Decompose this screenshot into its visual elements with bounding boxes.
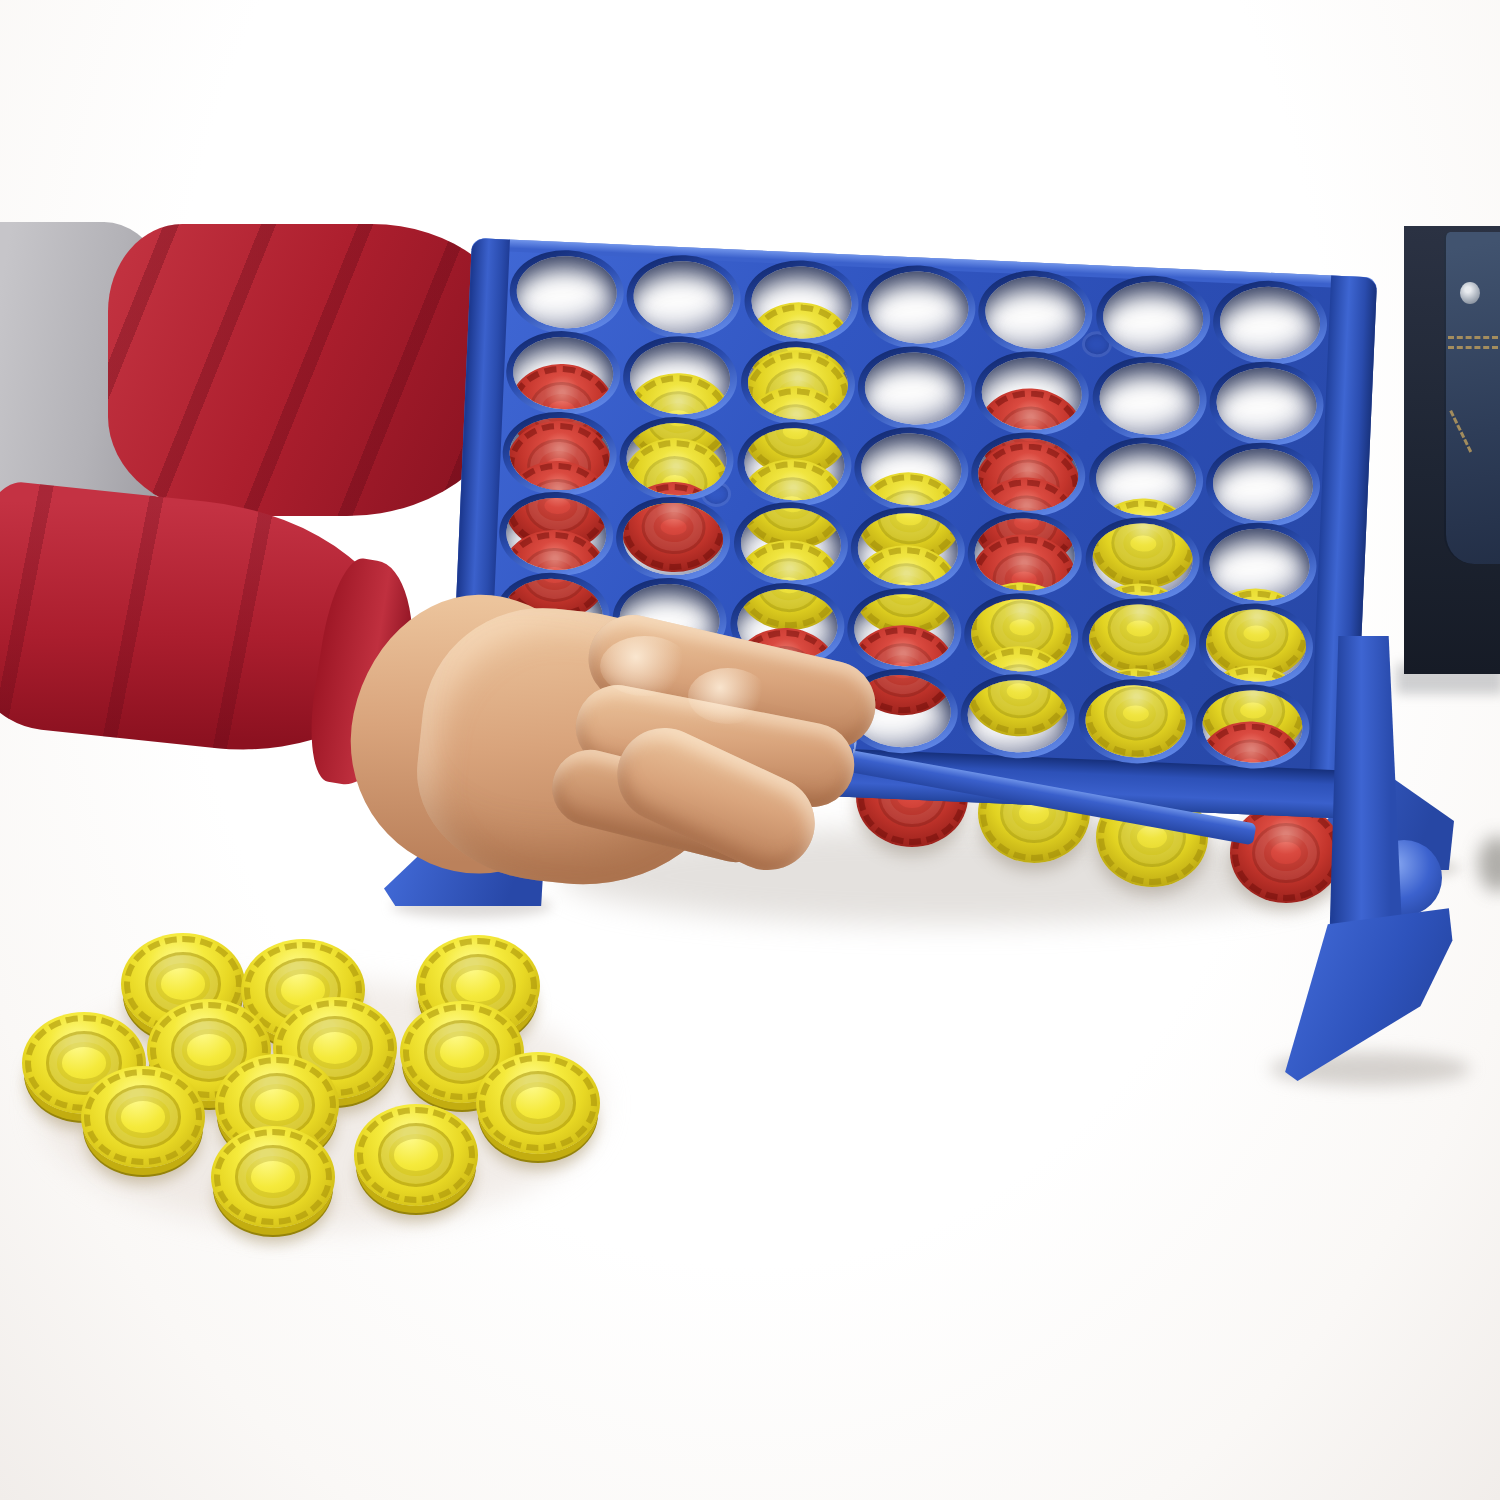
jeans-rivet: [1460, 282, 1480, 304]
knuckle-highlight: [688, 668, 768, 724]
background-blur-object: [1478, 836, 1500, 892]
yellow-checker-on-table[interactable]: [211, 1126, 335, 1228]
stand-right-leg: [1328, 636, 1402, 936]
knuckle-highlight: [600, 636, 690, 696]
yellow-checker-on-table[interactable]: [476, 1052, 600, 1154]
jeans-pocket: [1444, 232, 1500, 564]
yellow-checker-on-table[interactable]: [81, 1066, 205, 1168]
adult-jeans-leg: [1404, 226, 1500, 674]
red-checker-falling: [1230, 803, 1342, 903]
yellow-checker-on-table[interactable]: [354, 1104, 478, 1206]
child-upper-arm-sleeve: [108, 224, 520, 516]
photo-scene: [0, 0, 1500, 1500]
